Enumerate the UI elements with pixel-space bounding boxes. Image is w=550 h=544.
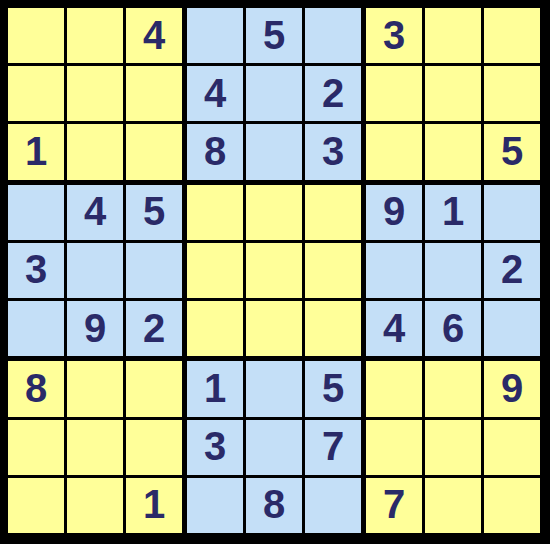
sudoku-cell-r5c8[interactable]: [425, 243, 481, 298]
sudoku-cell-r2c5[interactable]: [246, 66, 302, 121]
sudoku-cell-r8c5[interactable]: [246, 420, 302, 475]
sudoku-cell-r3c6[interactable]: 3: [305, 124, 361, 179]
sudoku-cell-r3c5[interactable]: [246, 124, 302, 179]
sudoku-cell-r2c6[interactable]: 2: [305, 66, 361, 121]
sudoku-cell-r8c6[interactable]: 7: [305, 420, 361, 475]
sudoku-box-3-2: 15378: [187, 361, 361, 533]
sudoku-cell-r1c9[interactable]: [484, 8, 540, 63]
sudoku-cell-r2c7[interactable]: [366, 66, 422, 121]
sudoku-cell-r5c6[interactable]: [305, 243, 361, 298]
sudoku-cell-r4c4[interactable]: [187, 185, 243, 240]
sudoku-cell-r5c9[interactable]: 2: [484, 243, 540, 298]
sudoku-box-1-2: 54283: [187, 8, 361, 180]
sudoku-cell-r6c9[interactable]: [484, 301, 540, 356]
sudoku-cell-r6c5[interactable]: [246, 301, 302, 356]
sudoku-cell-r9c2[interactable]: [67, 478, 123, 533]
sudoku-cell-r8c3[interactable]: [126, 420, 182, 475]
sudoku-cell-r5c7[interactable]: [366, 243, 422, 298]
sudoku-cell-r7c7[interactable]: [366, 361, 422, 416]
sudoku-box-2-1: 45392: [8, 185, 182, 357]
sudoku-cell-r7c6[interactable]: 5: [305, 361, 361, 416]
sudoku-cell-r9c1[interactable]: [8, 478, 64, 533]
sudoku-cell-r4c8[interactable]: 1: [425, 185, 481, 240]
sudoku-box-3-3: 97: [366, 361, 540, 533]
sudoku-cell-r8c9[interactable]: [484, 420, 540, 475]
sudoku-cell-r2c3[interactable]: [126, 66, 182, 121]
sudoku-cell-r1c8[interactable]: [425, 8, 481, 63]
sudoku-box-1-3: 35: [366, 8, 540, 180]
sudoku-board: 4154283354539291246811537897: [0, 0, 550, 544]
sudoku-cell-r2c9[interactable]: [484, 66, 540, 121]
sudoku-cell-r7c1[interactable]: 8: [8, 361, 64, 416]
sudoku-cell-r1c2[interactable]: [67, 8, 123, 63]
sudoku-cell-r6c2[interactable]: 9: [67, 301, 123, 356]
sudoku-cell-r5c5[interactable]: [246, 243, 302, 298]
sudoku-cell-r8c2[interactable]: [67, 420, 123, 475]
sudoku-cell-r9c7[interactable]: 7: [366, 478, 422, 533]
sudoku-cell-r7c5[interactable]: [246, 361, 302, 416]
sudoku-cell-r6c3[interactable]: 2: [126, 301, 182, 356]
sudoku-cell-r9c4[interactable]: [187, 478, 243, 533]
sudoku-cell-r4c6[interactable]: [305, 185, 361, 240]
sudoku-cell-r7c3[interactable]: [126, 361, 182, 416]
sudoku-cell-r4c5[interactable]: [246, 185, 302, 240]
sudoku-cell-r6c7[interactable]: 4: [366, 301, 422, 356]
sudoku-cell-r3c1[interactable]: 1: [8, 124, 64, 179]
sudoku-box-1-1: 41: [8, 8, 182, 180]
sudoku-cell-r3c9[interactable]: 5: [484, 124, 540, 179]
sudoku-cell-r3c2[interactable]: [67, 124, 123, 179]
sudoku-cell-r9c6[interactable]: [305, 478, 361, 533]
sudoku-cell-r8c7[interactable]: [366, 420, 422, 475]
sudoku-cell-r1c1[interactable]: [8, 8, 64, 63]
sudoku-cell-r1c3[interactable]: 4: [126, 8, 182, 63]
sudoku-cell-r7c8[interactable]: [425, 361, 481, 416]
sudoku-cell-r5c4[interactable]: [187, 243, 243, 298]
sudoku-cell-r8c8[interactable]: [425, 420, 481, 475]
sudoku-box-3-1: 81: [8, 361, 182, 533]
sudoku-cell-r3c8[interactable]: [425, 124, 481, 179]
sudoku-cell-r4c1[interactable]: [8, 185, 64, 240]
sudoku-cell-r2c2[interactable]: [67, 66, 123, 121]
sudoku-cell-r1c5[interactable]: 5: [246, 8, 302, 63]
sudoku-cell-r1c7[interactable]: 3: [366, 8, 422, 63]
sudoku-cell-r2c4[interactable]: 4: [187, 66, 243, 121]
sudoku-cell-r4c7[interactable]: 9: [366, 185, 422, 240]
sudoku-cell-r5c2[interactable]: [67, 243, 123, 298]
sudoku-cell-r7c9[interactable]: 9: [484, 361, 540, 416]
sudoku-cell-r2c1[interactable]: [8, 66, 64, 121]
sudoku-cell-r8c1[interactable]: [8, 420, 64, 475]
sudoku-cell-r9c8[interactable]: [425, 478, 481, 533]
sudoku-cell-r3c4[interactable]: 8: [187, 124, 243, 179]
sudoku-cell-r5c3[interactable]: [126, 243, 182, 298]
sudoku-cell-r7c2[interactable]: [67, 361, 123, 416]
sudoku-cell-r6c4[interactable]: [187, 301, 243, 356]
sudoku-cell-r4c3[interactable]: 5: [126, 185, 182, 240]
sudoku-cell-r5c1[interactable]: 3: [8, 243, 64, 298]
sudoku-cell-r4c9[interactable]: [484, 185, 540, 240]
sudoku-cell-r1c6[interactable]: [305, 8, 361, 63]
sudoku-box-2-3: 91246: [366, 185, 540, 357]
sudoku-cell-r9c5[interactable]: 8: [246, 478, 302, 533]
sudoku-box-2-2: [187, 185, 361, 357]
sudoku-cell-r3c3[interactable]: [126, 124, 182, 179]
sudoku-cell-r6c6[interactable]: [305, 301, 361, 356]
sudoku-cell-r6c1[interactable]: [8, 301, 64, 356]
sudoku-cell-r6c8[interactable]: 6: [425, 301, 481, 356]
sudoku-cell-r8c4[interactable]: 3: [187, 420, 243, 475]
sudoku-cell-r2c8[interactable]: [425, 66, 481, 121]
sudoku-cell-r3c7[interactable]: [366, 124, 422, 179]
sudoku-cell-r9c9[interactable]: [484, 478, 540, 533]
sudoku-cell-r7c4[interactable]: 1: [187, 361, 243, 416]
sudoku-cell-r1c4[interactable]: [187, 8, 243, 63]
sudoku-cell-r9c3[interactable]: 1: [126, 478, 182, 533]
sudoku-cell-r4c2[interactable]: 4: [67, 185, 123, 240]
